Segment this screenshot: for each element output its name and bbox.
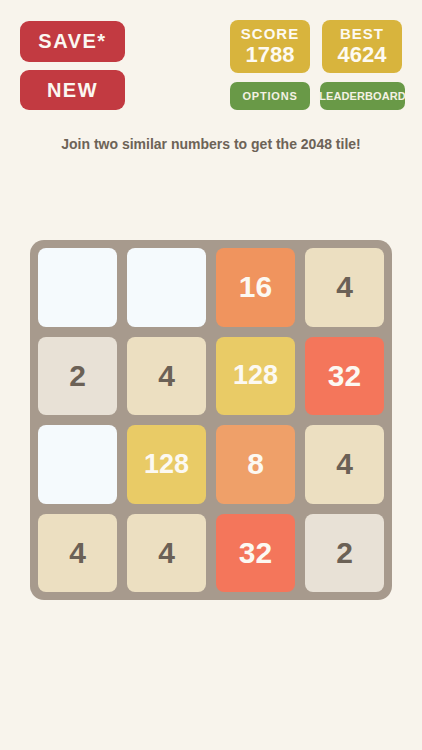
- tile-8: 8: [216, 425, 295, 504]
- best-badge: BEST 4624: [322, 20, 402, 73]
- tile-32: 32: [216, 514, 295, 593]
- tile-4: 4: [38, 514, 117, 593]
- tile-2: 2: [305, 514, 384, 593]
- tile-128: 128: [216, 337, 295, 416]
- board[interactable]: 16424128321288444322: [30, 240, 392, 600]
- score-badge: SCORE 1788: [230, 20, 310, 73]
- empty-cell: [38, 425, 117, 504]
- empty-cell: [38, 248, 117, 327]
- tile-4: 4: [127, 514, 206, 593]
- empty-cell: [127, 248, 206, 327]
- tile-4: 4: [127, 337, 206, 416]
- tile-2: 2: [38, 337, 117, 416]
- best-value: 4624: [338, 43, 387, 67]
- score-value: 1788: [246, 43, 295, 67]
- new-game-button[interactable]: NEW: [20, 70, 125, 110]
- tile-4: 4: [305, 425, 384, 504]
- options-button[interactable]: OPTIONS: [230, 82, 310, 110]
- instruction-text: Join two similar numbers to get the 2048…: [0, 136, 422, 152]
- tile-4: 4: [305, 248, 384, 327]
- leaderboard-button[interactable]: LEADERBOARD: [320, 82, 405, 110]
- save-button[interactable]: SAVE*: [20, 21, 125, 62]
- score-label: SCORE: [241, 26, 299, 43]
- tile-16: 16: [216, 248, 295, 327]
- tile-32: 32: [305, 337, 384, 416]
- best-label: BEST: [340, 26, 384, 43]
- tile-128: 128: [127, 425, 206, 504]
